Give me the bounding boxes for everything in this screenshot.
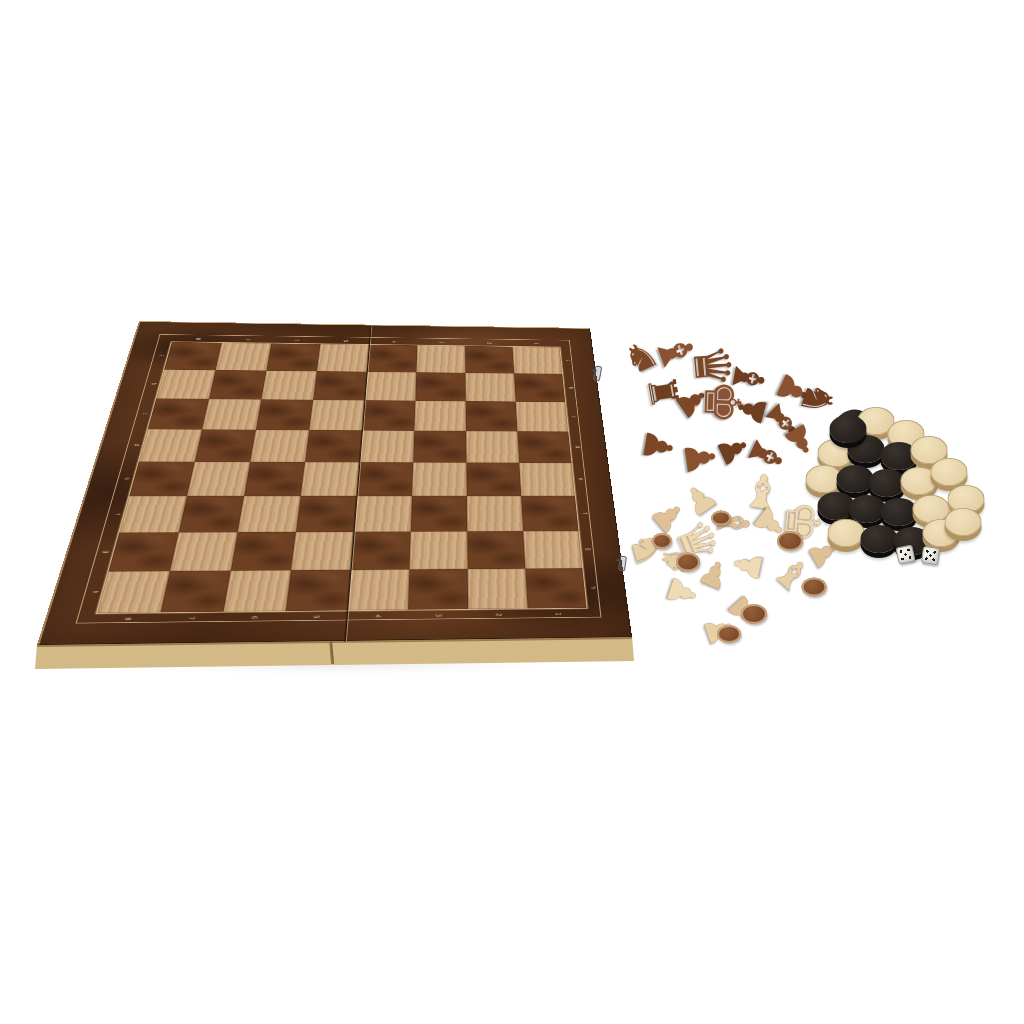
board-square	[415, 372, 465, 401]
coordinate-label: 2	[495, 613, 502, 616]
coordinate-label: 1	[554, 612, 561, 615]
chess-piece: ♟	[636, 426, 679, 466]
board-square	[261, 371, 317, 400]
board-square	[519, 463, 575, 496]
board-square	[409, 531, 467, 569]
board-square	[317, 344, 369, 372]
checker-disc	[828, 519, 865, 547]
die	[921, 546, 940, 565]
chess-piece: ♝	[724, 356, 772, 400]
chess-piece: ♟	[769, 367, 818, 414]
board-square	[256, 399, 313, 430]
board-square	[209, 370, 266, 399]
board-square	[362, 400, 415, 430]
coordinate-label: 4	[374, 614, 381, 617]
metal-clasp	[593, 366, 602, 382]
coordinate-label: 3	[435, 613, 442, 616]
board-square	[465, 346, 514, 373]
chess-piece: ♝	[647, 325, 704, 379]
board-square	[466, 401, 518, 431]
coordinate-label: e	[123, 477, 130, 480]
coordinate-label: f	[113, 513, 120, 515]
piece-felt-base	[711, 511, 731, 526]
piece-felt-base	[777, 531, 803, 551]
board-square	[357, 462, 414, 496]
board-square	[408, 569, 468, 610]
board-square	[216, 343, 272, 371]
board-square	[467, 496, 523, 531]
board-square	[148, 399, 209, 430]
board-square	[250, 430, 309, 462]
checker-disc	[830, 415, 867, 443]
piece-felt-base	[717, 625, 741, 643]
chess-piece: ♟	[730, 390, 773, 430]
board-square	[523, 531, 582, 569]
coordinate-label: c	[570, 416, 576, 418]
chess-piece: ♛	[685, 341, 739, 390]
chess-piece: ♜	[641, 372, 684, 412]
coordinate-label: 8	[123, 617, 131, 620]
board-square	[129, 462, 194, 496]
coordinate-label: 6	[250, 615, 258, 618]
coordinate-label: 4	[391, 340, 397, 342]
coordinate-label: 7	[187, 616, 195, 619]
board-square	[305, 430, 362, 462]
board-square	[466, 463, 521, 496]
checker-disc	[861, 525, 898, 553]
checker-disc	[945, 508, 982, 536]
piece-felt-base	[802, 578, 827, 597]
coordinate-label: d	[574, 446, 580, 448]
chess-piece: ♟	[678, 437, 723, 478]
board-square	[179, 496, 244, 532]
coordinate-label: 5	[342, 340, 348, 342]
coordinate-label: a	[564, 360, 570, 362]
chess-board: 87654321 87654321 abcdefgh abcdefgh	[37, 321, 632, 645]
chess-piece: ♞	[618, 333, 665, 382]
chess-piece: ♟	[668, 378, 716, 425]
piece-felt-base	[652, 533, 672, 549]
board-square	[514, 373, 565, 402]
chess-piece: ♝	[738, 428, 795, 482]
board-square	[467, 531, 525, 569]
chess-piece: ♞	[793, 376, 843, 423]
chess-piece: ♚	[696, 379, 748, 426]
coordinate-label: c	[141, 413, 148, 415]
board-square	[291, 532, 354, 570]
board-square	[224, 570, 291, 611]
board-square	[313, 371, 367, 400]
board-square	[244, 462, 305, 496]
product-photo: 87654321 87654321 abcdefgh abcdefgh ♞♝♛♝…	[0, 0, 1024, 1024]
board-square	[351, 532, 411, 570]
board-square	[119, 496, 187, 533]
board-square	[301, 462, 360, 496]
board-square	[354, 496, 412, 532]
coordinate-label: 7	[244, 338, 250, 340]
board-square	[517, 431, 571, 463]
coordinate-label: g	[102, 550, 110, 553]
coordinate-label: a	[158, 354, 165, 356]
coordinate-label: d	[132, 444, 139, 446]
board-square	[161, 571, 231, 613]
board-square	[466, 431, 519, 463]
board-square	[465, 373, 515, 402]
board-square	[195, 430, 256, 462]
coordinate-label: 2	[486, 342, 492, 344]
die	[895, 544, 915, 564]
chess-piece: ♟	[727, 546, 769, 585]
board-square	[359, 430, 414, 462]
chess-piece: ♟	[660, 571, 704, 613]
board-square	[139, 429, 202, 462]
chess-piece: ♟	[710, 428, 756, 472]
board-square	[202, 399, 261, 430]
board-square	[416, 345, 465, 372]
coordinate-label: h	[589, 586, 596, 589]
coordinate-label: f	[581, 512, 588, 513]
piece-felt-base	[741, 604, 767, 624]
board-square	[412, 462, 467, 496]
checker-disc	[931, 458, 968, 486]
piece-felt-base	[676, 553, 700, 572]
board-square	[170, 532, 238, 571]
board-square	[231, 532, 296, 571]
chess-piece: ♟	[777, 416, 823, 463]
board-square	[413, 431, 466, 463]
board-square	[525, 568, 586, 608]
board-square	[266, 343, 320, 371]
coordinate-label: b	[150, 383, 157, 385]
coordinate-label: b	[567, 387, 573, 389]
board-square	[521, 496, 578, 531]
board-square	[156, 370, 215, 399]
metal-clasp	[618, 556, 627, 572]
board-square	[367, 345, 417, 373]
coordinate-label: g	[585, 548, 592, 551]
board-square	[365, 372, 417, 401]
coordinate-label: 6	[293, 339, 299, 341]
coordinate-label: 8	[195, 338, 201, 340]
chess-piece: ♝	[754, 392, 810, 448]
board-square	[187, 462, 250, 496]
coordinate-label: 1	[533, 342, 539, 344]
board-square	[468, 569, 528, 609]
board-square	[238, 496, 301, 532]
board-square	[296, 496, 357, 532]
board-square	[286, 570, 351, 611]
board-square	[516, 402, 569, 432]
board-square	[309, 400, 364, 431]
board-square	[97, 571, 170, 613]
board-squares	[97, 342, 586, 613]
board-square	[414, 401, 466, 431]
board-square	[513, 347, 563, 374]
coordinate-label: h	[90, 590, 98, 593]
board-square	[164, 342, 222, 370]
chess-piece: ♝	[738, 466, 785, 517]
board-square	[347, 569, 409, 610]
coordinate-label: 5	[312, 615, 320, 618]
coordinate-label: e	[577, 478, 584, 480]
board-square	[108, 532, 178, 571]
coordinate-label: 3	[438, 341, 444, 343]
board-square	[411, 496, 467, 532]
